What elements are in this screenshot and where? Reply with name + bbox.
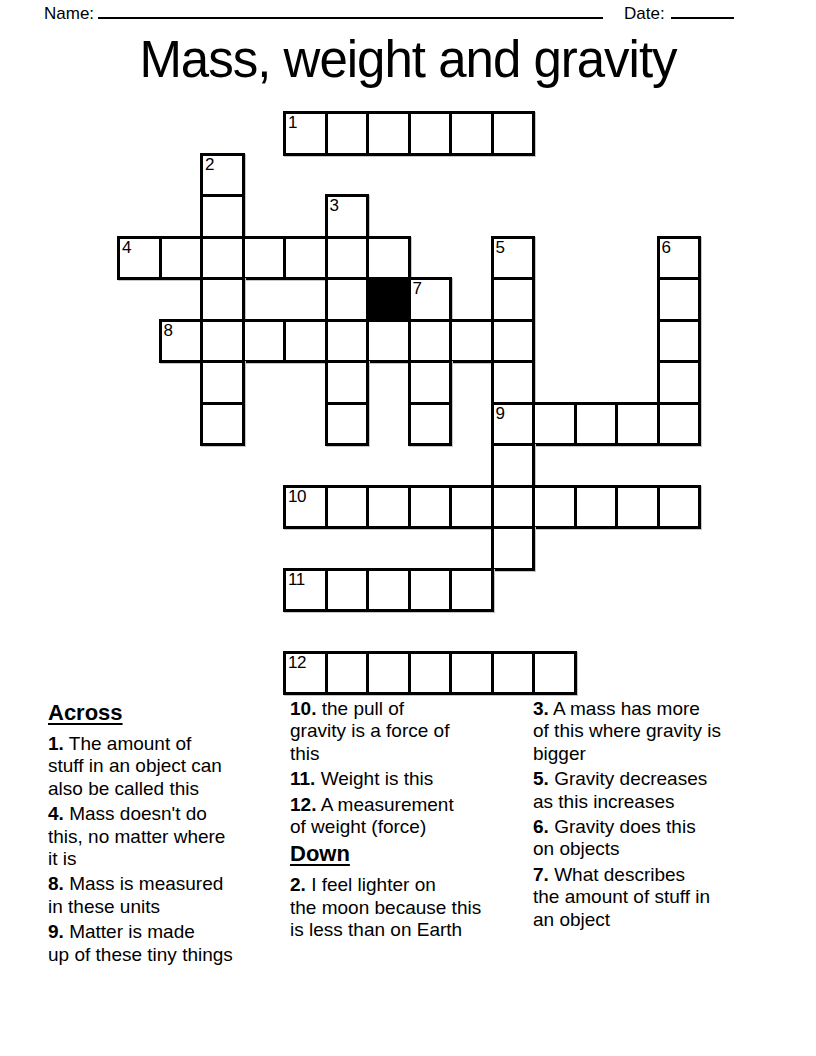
- down-heading: Down: [290, 841, 526, 867]
- clue-6-down: 6. Gravity does this on objects: [533, 816, 777, 861]
- grid-cell-r9c4[interactable]: 10: [283, 485, 328, 530]
- clue-number-label: 10.: [290, 698, 316, 719]
- clue-number-6: 6: [662, 239, 671, 256]
- clue-number-label: 6.: [533, 816, 549, 837]
- grid-cell-r4c5[interactable]: [325, 277, 370, 322]
- clue-number-label: 3.: [533, 698, 549, 719]
- grid-cell-r9c13[interactable]: [657, 485, 702, 530]
- grid-cell-r7c10[interactable]: [532, 402, 577, 447]
- grid-cell-r7c12[interactable]: [615, 402, 660, 447]
- name-blank-line[interactable]: [98, 3, 603, 19]
- grid-cell-r9c11[interactable]: [574, 485, 619, 530]
- grid-cell-r11c4[interactable]: 11: [283, 568, 328, 613]
- grid-cell-r5c1[interactable]: 8: [159, 319, 204, 364]
- grid-cell-r9c9[interactable]: [491, 485, 536, 530]
- grid-cell-r13c10[interactable]: [532, 651, 577, 696]
- grid-cell-r7c5[interactable]: [325, 402, 370, 447]
- grid-cell-r4c9[interactable]: [491, 277, 536, 322]
- clue-number-label: 9.: [48, 921, 64, 942]
- grid-cell-r3c5[interactable]: [325, 236, 370, 281]
- date-label: Date:: [624, 4, 665, 23]
- grid-cell-r3c6[interactable]: [366, 236, 411, 281]
- crossword-grid: 123456789101112: [117, 111, 702, 696]
- grid-cell-r7c2[interactable]: [200, 402, 245, 447]
- clue-number-label: 12.: [290, 794, 316, 815]
- grid-cell-r9c10[interactable]: [532, 485, 577, 530]
- grid-cell-r11c6[interactable]: [366, 568, 411, 613]
- grid-cell-r11c5[interactable]: [325, 568, 370, 613]
- grid-cell-r5c8[interactable]: [449, 319, 494, 364]
- clues-column-middle: 10. the pull of gravity is a force of th…: [290, 698, 526, 945]
- clue-7-down: 7. What describes the amount of stuff in…: [533, 864, 777, 931]
- grid-cell-r7c13[interactable]: [657, 402, 702, 447]
- grid-cell-r13c9[interactable]: [491, 651, 536, 696]
- clue-9-across: 9. Matter is made up of these tiny thing…: [48, 921, 284, 966]
- grid-cell-r5c4[interactable]: [283, 319, 328, 364]
- grid-cell-r6c9[interactable]: [491, 360, 536, 405]
- grid-cell-r11c8[interactable]: [449, 568, 494, 613]
- header-row: Name:Date:: [44, 3, 774, 24]
- grid-cell-r6c13[interactable]: [657, 360, 702, 405]
- clue-3-down: 3. A mass has more of this where gravity…: [533, 698, 777, 765]
- grid-cell-r3c3[interactable]: [242, 236, 287, 281]
- clue-4-across: 4. Mass doesn't do this, no matter where…: [48, 803, 284, 870]
- grid-cell-r5c2[interactable]: [200, 319, 245, 364]
- grid-cell-r5c13[interactable]: [657, 319, 702, 364]
- across-heading: Across: [48, 700, 284, 726]
- grid-cell-r5c9[interactable]: [491, 319, 536, 364]
- grid-cell-r3c9[interactable]: 5: [491, 236, 536, 281]
- grid-cell-r0c8[interactable]: [449, 111, 494, 156]
- clue-number-label: 1.: [48, 733, 64, 754]
- grid-cell-r3c4[interactable]: [283, 236, 328, 281]
- clue-number-label: 11.: [290, 768, 315, 789]
- grid-cell-r9c5[interactable]: [325, 485, 370, 530]
- grid-cell-r13c6[interactable]: [366, 651, 411, 696]
- clue-12-across: 12. A measurement of weight (force): [290, 794, 526, 839]
- grid-cell-r13c4[interactable]: 12: [283, 651, 328, 696]
- grid-cell-r9c12[interactable]: [615, 485, 660, 530]
- clue-number-label: 2.: [290, 874, 306, 895]
- worksheet-page: Name:Date: Mass, weight and gravity 1234…: [0, 0, 816, 1056]
- grid-cell-r4c13[interactable]: [657, 277, 702, 322]
- clue-number-4: 4: [122, 239, 131, 256]
- clue-number-10: 10: [288, 488, 306, 505]
- clues-column-left: Across1. The amount of stuff in an objec…: [48, 698, 284, 969]
- grid-cell-r3c2[interactable]: [200, 236, 245, 281]
- puzzle-title: Mass, weight and gravity: [0, 30, 816, 89]
- grid-cell-r13c8[interactable]: [449, 651, 494, 696]
- grid-cell-r8c9[interactable]: [491, 443, 536, 488]
- grid-cell-r3c0[interactable]: 4: [117, 236, 162, 281]
- grid-cell-r5c6[interactable]: [366, 319, 411, 364]
- clue-8-across: 8. Mass is measured in these units: [48, 873, 284, 918]
- clue-number-label: 5.: [533, 768, 549, 789]
- grid-cell-r4c2[interactable]: [200, 277, 245, 322]
- grid-cell-r10c9[interactable]: [491, 526, 536, 571]
- grid-cell-r3c13[interactable]: 6: [657, 236, 702, 281]
- grid-cell-r2c5[interactable]: 3: [325, 194, 370, 239]
- clue-number-5: 5: [496, 239, 505, 256]
- grid-cell-r9c7[interactable]: [408, 485, 453, 530]
- grid-cell-r0c5[interactable]: [325, 111, 370, 156]
- name-label: Name:: [44, 4, 94, 23]
- clue-number-3: 3: [330, 197, 339, 214]
- grid-cell-r5c5[interactable]: [325, 319, 370, 364]
- clue-number-2: 2: [205, 156, 214, 173]
- grid-cell-r0c6[interactable]: [366, 111, 411, 156]
- clue-10-across: 10. the pull of gravity is a force of th…: [290, 698, 526, 765]
- blocked-cell: [366, 277, 411, 322]
- grid-cell-r5c3[interactable]: [242, 319, 287, 364]
- clue-number-1: 1: [288, 114, 297, 131]
- clue-number-label: 4.: [48, 803, 64, 824]
- grid-cell-r13c7[interactable]: [408, 651, 453, 696]
- date-blank-line[interactable]: [671, 3, 734, 19]
- grid-cell-r9c8[interactable]: [449, 485, 494, 530]
- grid-cell-r9c6[interactable]: [366, 485, 411, 530]
- grid-cell-r7c9[interactable]: 9: [491, 402, 536, 447]
- clue-number-8: 8: [164, 322, 173, 339]
- grid-cell-r2c2[interactable]: [200, 194, 245, 239]
- grid-cell-r3c1[interactable]: [159, 236, 204, 281]
- clue-number-label: 8.: [48, 873, 64, 894]
- clue-2-down: 2. I feel lighter on the moon because th…: [290, 874, 526, 941]
- clue-1-across: 1. The amount of stuff in an object can …: [48, 733, 284, 800]
- grid-cell-r0c7[interactable]: [408, 111, 453, 156]
- grid-cell-r6c7[interactable]: [408, 360, 453, 405]
- clue-number-7: 7: [413, 280, 422, 297]
- grid-cell-r7c11[interactable]: [574, 402, 619, 447]
- grid-cell-r6c2[interactable]: [200, 360, 245, 405]
- grid-cell-r11c7[interactable]: [408, 568, 453, 613]
- clues-column-right: 3. A mass has more of this where gravity…: [533, 698, 777, 934]
- clue-5-down: 5. Gravity decreases as this increases: [533, 768, 777, 813]
- clue-11-across: 11. Weight is this: [290, 768, 526, 790]
- grid-cell-r4c7[interactable]: 7: [408, 277, 453, 322]
- grid-cell-r5c7[interactable]: [408, 319, 453, 364]
- grid-cell-r0c4[interactable]: 1: [283, 111, 328, 156]
- clues-section: Across1. The amount of stuff in an objec…: [0, 698, 816, 998]
- clue-number-label: 7.: [533, 864, 549, 885]
- clue-number-9: 9: [496, 405, 505, 422]
- grid-cell-r0c9[interactable]: [491, 111, 536, 156]
- clue-number-12: 12: [288, 654, 306, 671]
- grid-cell-r6c5[interactable]: [325, 360, 370, 405]
- clue-number-11: 11: [288, 571, 305, 588]
- grid-cell-r7c7[interactable]: [408, 402, 453, 447]
- grid-cell-r1c2[interactable]: 2: [200, 153, 245, 198]
- grid-cell-r13c5[interactable]: [325, 651, 370, 696]
